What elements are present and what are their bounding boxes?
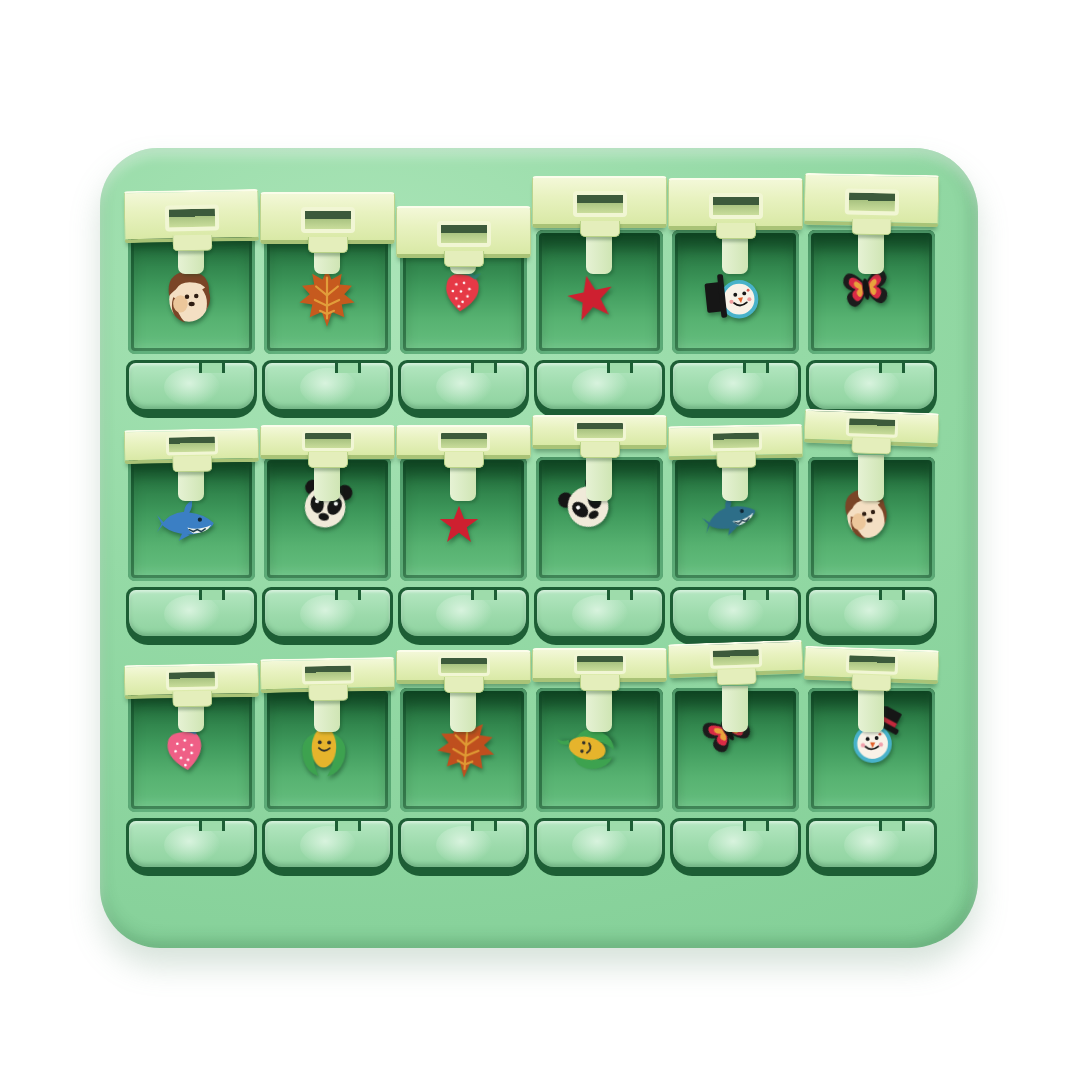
flip-lid[interactable]: [260, 657, 396, 693]
tray-notch: [879, 818, 905, 831]
tray-recess: [126, 818, 257, 876]
tray-bump: [708, 595, 764, 633]
hinge-strap: [722, 686, 748, 732]
drawer-tray[interactable]: [265, 821, 390, 867]
tray-bump: [436, 826, 492, 864]
flip-lid[interactable]: [804, 173, 940, 227]
tray-bump: [572, 368, 628, 406]
tray-notch: [607, 818, 633, 831]
tray-bump: [164, 826, 220, 864]
tray-bump: [708, 826, 764, 864]
tray-recess: [670, 360, 801, 418]
tray-bump: [572, 595, 628, 633]
tray-notch: [335, 587, 361, 600]
flip-lid[interactable]: [803, 646, 939, 685]
drawer-tray[interactable]: [401, 590, 526, 636]
tray-recess: [670, 587, 801, 645]
tray-recess: [534, 818, 665, 876]
tray-bump: [300, 595, 356, 633]
tray-notch: [743, 818, 769, 831]
tray-recess: [262, 587, 393, 645]
lid-handle-slot: [574, 420, 626, 441]
tray-bump: [572, 826, 628, 864]
flip-lid[interactable]: [396, 425, 531, 459]
token-red-star[interactable]: [559, 266, 623, 330]
drawer-tray[interactable]: [673, 821, 798, 867]
lid-handle-slot: [844, 189, 898, 216]
tray-notch: [335, 360, 361, 373]
tray-recess: [806, 818, 937, 876]
flip-lid[interactable]: [124, 428, 260, 464]
drawer-tray[interactable]: [265, 590, 390, 636]
tray-bump: [164, 368, 220, 406]
tray-notch: [199, 360, 225, 373]
flip-lid[interactable]: [396, 650, 531, 684]
tray-recess: [398, 818, 529, 876]
tray-recess: [806, 587, 937, 645]
lid-handle-slot: [301, 663, 353, 685]
lid-handle-slot: [438, 655, 490, 676]
drawer-tray[interactable]: [129, 363, 254, 409]
tray-bump: [436, 595, 492, 633]
tray-recess: [534, 360, 665, 418]
flip-lid[interactable]: [667, 640, 803, 679]
lid-handle-slot: [302, 430, 354, 451]
tray-notch: [335, 818, 361, 831]
tray-notch: [471, 587, 497, 600]
tray-bump: [844, 368, 900, 406]
drawer-tray[interactable]: [809, 821, 934, 867]
tray-notch: [471, 818, 497, 831]
lid-handle-slot: [301, 207, 355, 233]
drawer-tray[interactable]: [809, 363, 934, 409]
tray-notch: [607, 587, 633, 600]
drawer-tray[interactable]: [129, 590, 254, 636]
lid-handle-slot: [165, 669, 217, 691]
photo-background: [0, 0, 1080, 1080]
tray-recess: [534, 587, 665, 645]
lid-handle-slot: [573, 191, 627, 217]
token-maple-leaf[interactable]: [295, 266, 359, 330]
tray-bump: [300, 368, 356, 406]
lid-handle-slot: [574, 653, 626, 674]
drawer-tray[interactable]: [673, 590, 798, 636]
tray-bump: [164, 595, 220, 633]
lid-handle-slot: [165, 434, 217, 456]
tray-bump: [844, 595, 900, 633]
drawer-tray[interactable]: [809, 590, 934, 636]
tray-bump: [708, 368, 764, 406]
lid-handle-slot: [845, 415, 898, 438]
flip-lid[interactable]: [260, 425, 395, 459]
flip-lid[interactable]: [532, 648, 667, 682]
lid-handle-slot: [709, 193, 763, 219]
tray-bump: [300, 826, 356, 864]
lid-handle-slot: [709, 646, 762, 669]
lid-handle-slot: [709, 430, 761, 452]
flip-lid[interactable]: [532, 415, 667, 449]
tray-notch: [199, 587, 225, 600]
tray-recess: [126, 587, 257, 645]
flip-lid[interactable]: [396, 206, 531, 258]
flip-lid[interactable]: [668, 424, 804, 460]
hinge-strap: [586, 686, 612, 732]
drawer-tray[interactable]: [265, 363, 390, 409]
flip-lid[interactable]: [532, 176, 667, 228]
token-red-star[interactable]: [436, 502, 482, 548]
tray-notch: [743, 360, 769, 373]
drawer-tray[interactable]: [537, 821, 662, 867]
tray-recess: [398, 587, 529, 645]
tray-notch: [743, 587, 769, 600]
hinge-strap: [858, 686, 884, 732]
tray-recess: [126, 360, 257, 418]
hinge-strap: [586, 455, 612, 501]
flip-lid[interactable]: [668, 178, 803, 230]
game-board: [100, 148, 978, 948]
drawer-tray[interactable]: [537, 590, 662, 636]
flip-lid[interactable]: [124, 663, 260, 699]
tray-recess: [262, 818, 393, 876]
drawer-tray[interactable]: [673, 363, 798, 409]
tray-notch: [471, 360, 497, 373]
tray-recess: [670, 818, 801, 876]
drawer-tray[interactable]: [129, 821, 254, 867]
tray-bump: [844, 826, 900, 864]
flip-lid[interactable]: [260, 192, 395, 244]
tray-recess: [398, 360, 529, 418]
hinge-strap: [858, 455, 884, 501]
flip-lid[interactable]: [803, 409, 939, 448]
tray-notch: [879, 360, 905, 373]
drawer-tray[interactable]: [537, 363, 662, 409]
tray-notch: [879, 587, 905, 600]
lid-handle-slot: [845, 652, 898, 675]
lid-handle-slot: [437, 221, 491, 247]
drawer-tray[interactable]: [401, 363, 526, 409]
flip-lid[interactable]: [124, 189, 260, 243]
drawer-tray[interactable]: [401, 821, 526, 867]
tray-bump: [436, 368, 492, 406]
lid-handle-slot: [438, 430, 490, 451]
lid-handle-slot: [164, 205, 218, 232]
tray-notch: [199, 818, 225, 831]
tray-notch: [607, 360, 633, 373]
tray-recess: [262, 360, 393, 418]
